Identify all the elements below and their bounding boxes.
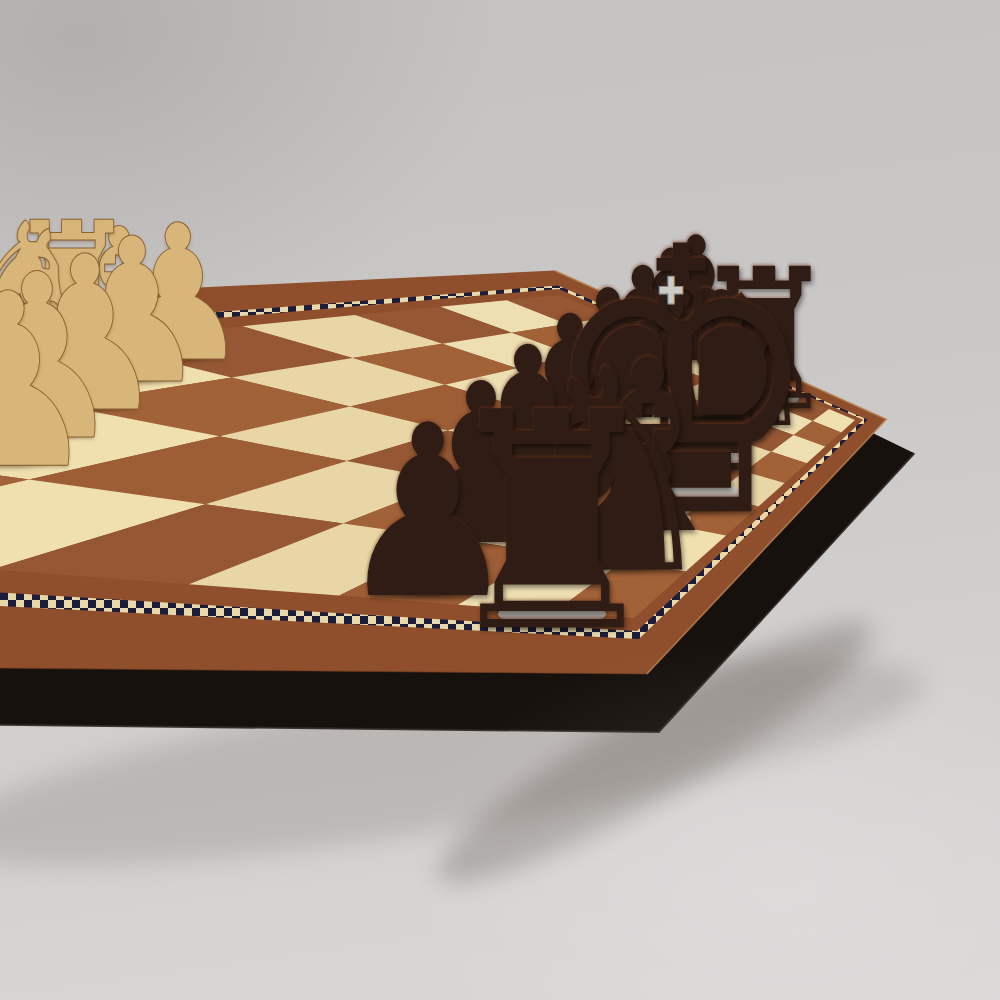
- white-pawn-glyph: ♟: [0, 262, 99, 502]
- silver-finial-glyph: ✚: [657, 272, 684, 310]
- piece-layer: ♜♞♝♚♛♝♞♜♟♟♟♟♟♟♟♟♟♟♟♟♟♜♞♝✚: [0, 0, 1000, 1000]
- scene: ♜♞♝♚♛♝♞♜♟♟♟♟♟♟♟♟♟♟♟♟♟♜♞♝✚: [0, 0, 1000, 1000]
- black-rook-glyph: ♜: [438, 374, 667, 674]
